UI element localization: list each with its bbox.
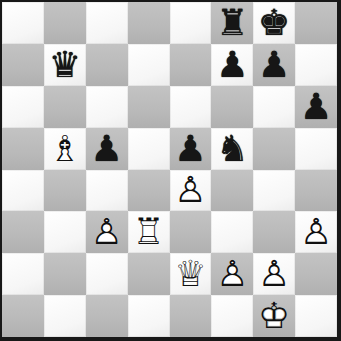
square-e3[interactable] xyxy=(170,211,212,253)
square-h4[interactable] xyxy=(295,170,337,212)
square-b5[interactable]: ♝♗ xyxy=(44,128,86,170)
square-h1[interactable] xyxy=(295,295,337,337)
black-pawn[interactable]: ♟ xyxy=(253,44,295,86)
square-g3[interactable] xyxy=(253,211,295,253)
square-e4[interactable]: ♟♙ xyxy=(170,170,212,212)
black-pawn[interactable]: ♟ xyxy=(211,44,253,86)
square-e7[interactable] xyxy=(170,44,212,86)
square-b2[interactable] xyxy=(44,253,86,295)
square-d6[interactable] xyxy=(128,86,170,128)
square-f4[interactable] xyxy=(211,170,253,212)
square-h5[interactable] xyxy=(295,128,337,170)
square-h2[interactable] xyxy=(295,253,337,295)
square-d2[interactable] xyxy=(128,253,170,295)
square-c8[interactable] xyxy=(86,2,128,44)
square-c5[interactable]: ♟ xyxy=(86,128,128,170)
square-g7[interactable]: ♟ xyxy=(253,44,295,86)
white-bishop[interactable]: ♗ xyxy=(44,128,86,170)
square-d1[interactable] xyxy=(128,295,170,337)
square-d7[interactable] xyxy=(128,44,170,86)
square-f5[interactable]: ♞ xyxy=(211,128,253,170)
square-f6[interactable] xyxy=(211,86,253,128)
black-pawn[interactable]: ♟ xyxy=(170,128,212,170)
square-g1[interactable]: ♚♔ xyxy=(253,295,295,337)
square-f2[interactable]: ♟♙ xyxy=(211,253,253,295)
square-d8[interactable] xyxy=(128,2,170,44)
black-pawn[interactable]: ♟ xyxy=(295,86,337,128)
square-e8[interactable] xyxy=(170,2,212,44)
white-rook[interactable]: ♖ xyxy=(128,211,170,253)
square-c2[interactable] xyxy=(86,253,128,295)
square-e5[interactable]: ♟ xyxy=(170,128,212,170)
square-g6[interactable] xyxy=(253,86,295,128)
square-a3[interactable] xyxy=(2,211,44,253)
square-h7[interactable] xyxy=(295,44,337,86)
black-knight[interactable]: ♞ xyxy=(211,128,253,170)
square-b3[interactable] xyxy=(44,211,86,253)
square-a6[interactable] xyxy=(2,86,44,128)
white-queen[interactable]: ♕ xyxy=(170,253,212,295)
square-g4[interactable] xyxy=(253,170,295,212)
square-b4[interactable] xyxy=(44,170,86,212)
square-h8[interactable] xyxy=(295,2,337,44)
square-a8[interactable] xyxy=(2,2,44,44)
square-c3[interactable]: ♟♙ xyxy=(86,211,128,253)
square-a1[interactable] xyxy=(2,295,44,337)
square-d5[interactable] xyxy=(128,128,170,170)
square-h3[interactable]: ♟♙ xyxy=(295,211,337,253)
black-queen[interactable]: ♛ xyxy=(44,44,86,86)
square-c6[interactable] xyxy=(86,86,128,128)
square-c7[interactable] xyxy=(86,44,128,86)
white-pawn[interactable]: ♙ xyxy=(211,253,253,295)
square-c4[interactable] xyxy=(86,170,128,212)
white-pawn[interactable]: ♙ xyxy=(253,253,295,295)
square-a7[interactable] xyxy=(2,44,44,86)
square-a4[interactable] xyxy=(2,170,44,212)
square-b6[interactable] xyxy=(44,86,86,128)
square-g2[interactable]: ♟♙ xyxy=(253,253,295,295)
square-d4[interactable] xyxy=(128,170,170,212)
black-pawn[interactable]: ♟ xyxy=(86,128,128,170)
white-pawn[interactable]: ♙ xyxy=(295,211,337,253)
white-pawn[interactable]: ♙ xyxy=(86,211,128,253)
square-b1[interactable] xyxy=(44,295,86,337)
chess-board: ♜♚♛♟♟♟♝♗♟♟♞♟♙♟♙♜♖♟♙♛♕♟♙♟♙♚♔ xyxy=(0,0,341,341)
square-e2[interactable]: ♛♕ xyxy=(170,253,212,295)
square-g8[interactable]: ♚ xyxy=(253,2,295,44)
black-king[interactable]: ♚ xyxy=(253,2,295,44)
white-king[interactable]: ♔ xyxy=(253,295,295,337)
square-f3[interactable] xyxy=(211,211,253,253)
square-a5[interactable] xyxy=(2,128,44,170)
square-f8[interactable]: ♜ xyxy=(211,2,253,44)
square-e6[interactable] xyxy=(170,86,212,128)
white-pawn[interactable]: ♙ xyxy=(170,170,212,212)
black-rook[interactable]: ♜ xyxy=(211,2,253,44)
square-f7[interactable]: ♟ xyxy=(211,44,253,86)
square-d3[interactable]: ♜♖ xyxy=(128,211,170,253)
square-e1[interactable] xyxy=(170,295,212,337)
square-g5[interactable] xyxy=(253,128,295,170)
square-f1[interactable] xyxy=(211,295,253,337)
square-a2[interactable] xyxy=(2,253,44,295)
square-b7[interactable]: ♛ xyxy=(44,44,86,86)
square-c1[interactable] xyxy=(86,295,128,337)
square-b8[interactable] xyxy=(44,2,86,44)
square-h6[interactable]: ♟ xyxy=(295,86,337,128)
